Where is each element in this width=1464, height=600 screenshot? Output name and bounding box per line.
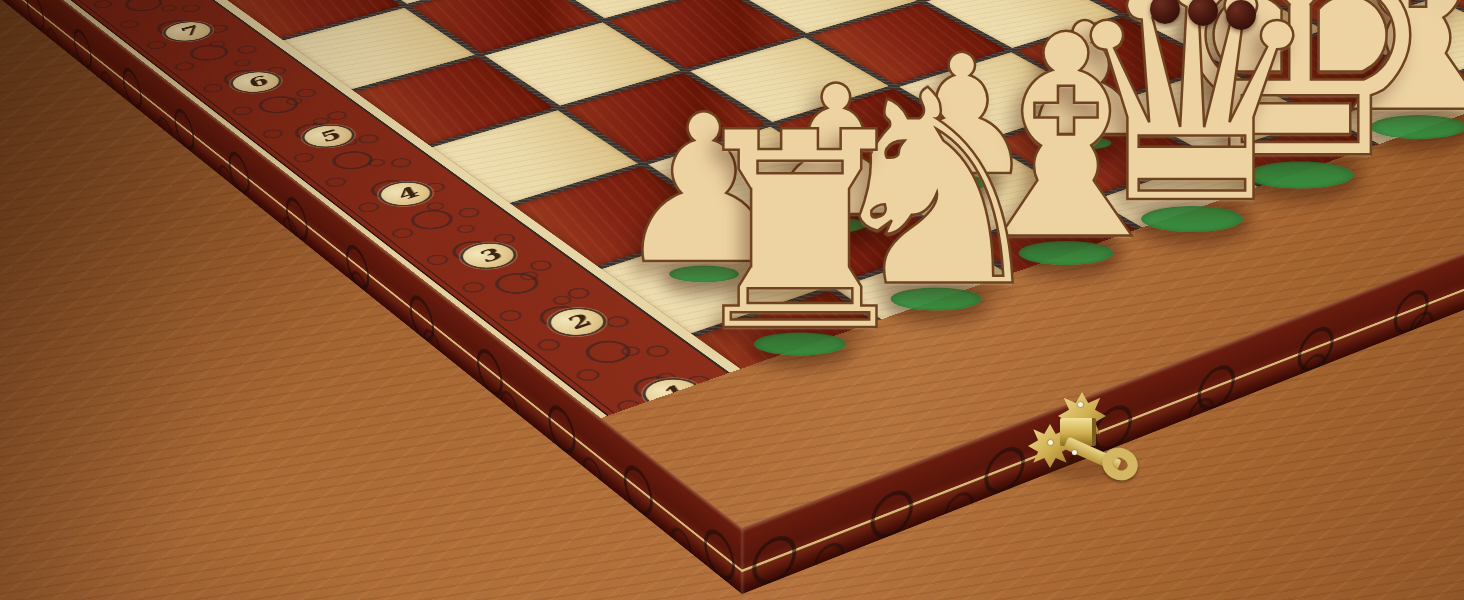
screw-icon (1048, 440, 1053, 445)
latch-ring (1097, 442, 1143, 486)
photo-stage: 1234567ABCDE ♟♟♟♟♜♞♝♛♚♝ (0, 0, 1464, 600)
brass-latch (1022, 392, 1142, 496)
screw-icon (1072, 450, 1077, 455)
screw-icon (1078, 402, 1083, 407)
